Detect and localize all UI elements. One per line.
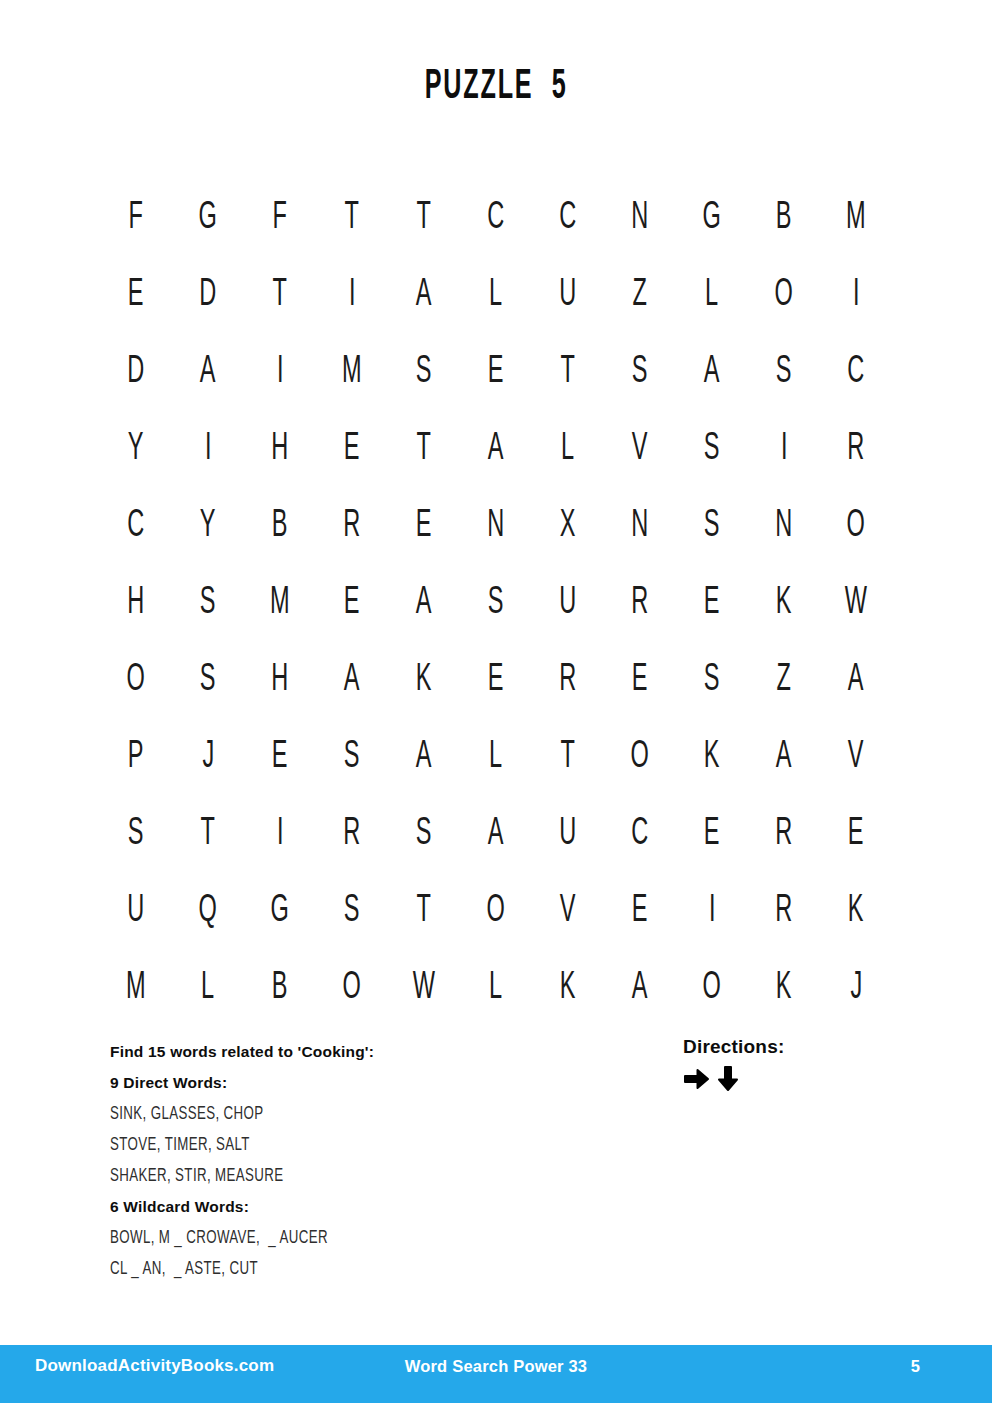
grid-letter: B — [272, 504, 288, 542]
grid-letter: K — [560, 966, 576, 1004]
grid-cell: O — [604, 715, 676, 792]
grid-letter: T — [417, 427, 431, 465]
grid-letter: S — [344, 735, 360, 773]
grid-letter: L — [489, 966, 502, 1004]
grid-letter: U — [559, 273, 576, 311]
grid-cell: E — [316, 561, 388, 638]
grid-cell: L — [460, 946, 532, 1023]
grid-cell: A — [388, 253, 460, 330]
grid-cell: S — [748, 330, 820, 407]
grid-cell: D — [172, 253, 244, 330]
grid-cell: O — [676, 946, 748, 1023]
grid-cell: J — [172, 715, 244, 792]
grid-cell: G — [172, 176, 244, 253]
grid-cell: U — [100, 869, 172, 946]
grid-cell: T — [388, 407, 460, 484]
grid-letter: T — [345, 196, 359, 234]
grid-letter: E — [632, 889, 648, 927]
grid-letter: I — [349, 273, 356, 311]
grid-cell: D — [100, 330, 172, 407]
grid-cell: G — [676, 176, 748, 253]
grid-letter: M — [342, 350, 362, 388]
directions-heading: Directions: — [683, 1036, 784, 1058]
grid-letter: K — [776, 581, 792, 619]
grid-cell: U — [532, 253, 604, 330]
grid-cell: I — [244, 792, 316, 869]
grid-cell: S — [604, 330, 676, 407]
grid-letter: A — [776, 735, 792, 773]
footer-inner: DownloadActivityBooks.com Word Search Po… — [0, 1345, 992, 1403]
grid-cell: S — [676, 638, 748, 715]
grid-cell: A — [388, 715, 460, 792]
grid-letter: M — [270, 581, 290, 619]
grid-letter: L — [489, 735, 502, 773]
grid-cell: K — [676, 715, 748, 792]
grid-letter: A — [416, 735, 432, 773]
grid-cell: A — [604, 946, 676, 1023]
grid-cell: A — [676, 330, 748, 407]
grid-letter: G — [199, 196, 217, 234]
grid-letter: S — [704, 658, 720, 696]
grid-cell: S — [460, 561, 532, 638]
grid-letter: V — [632, 427, 648, 465]
grid-letter: Z — [633, 273, 647, 311]
wildcard-words-line-text: CL _ AN, _ ASTE, CUT — [110, 1258, 258, 1279]
direct-words-line-text: SHAKER, STIR, MEASURE — [110, 1165, 284, 1186]
grid-cell: M — [316, 330, 388, 407]
word-search-grid: FGFTTCCNGBMEDTIALUZLOIDAIMSETSASCYIHETAL… — [100, 176, 892, 1023]
grid-letter: Y — [128, 427, 144, 465]
grid-cell: Y — [100, 407, 172, 484]
grid-cell: U — [532, 792, 604, 869]
grid-cell: Z — [604, 253, 676, 330]
grid-cell: S — [172, 561, 244, 638]
grid-letter: E — [704, 812, 720, 850]
grid-letter: O — [487, 889, 505, 927]
grid-cell: E — [604, 869, 676, 946]
grid-letter: E — [416, 504, 432, 542]
grid-letter: H — [127, 581, 144, 619]
grid-letter: E — [272, 735, 288, 773]
grid-cell: C — [820, 330, 892, 407]
footer-page-number: 5 — [911, 1357, 920, 1376]
down-arrow-icon — [714, 1065, 742, 1093]
grid-cell: I — [316, 253, 388, 330]
grid-letter: S — [416, 812, 432, 850]
grid-letter: K — [848, 889, 864, 927]
grid-cell: O — [316, 946, 388, 1023]
grid-letter: A — [848, 658, 864, 696]
grid-cell: L — [172, 946, 244, 1023]
grid-letter: O — [631, 735, 649, 773]
grid-letter: F — [273, 196, 287, 234]
grid-letter: D — [199, 273, 216, 311]
grid-cell: O — [100, 638, 172, 715]
grid-cell: W — [820, 561, 892, 638]
grid-letter: S — [632, 350, 648, 388]
grid-cell: A — [748, 715, 820, 792]
grid-letter: A — [632, 966, 648, 1004]
grid-cell: I — [820, 253, 892, 330]
grid-letter: Z — [777, 658, 791, 696]
grid-letter: R — [343, 504, 360, 542]
grid-letter: T — [201, 812, 215, 850]
direct-words-line: SINK, GLASSES, CHOP — [110, 1098, 397, 1129]
grid-letter: T — [273, 273, 287, 311]
grid-cell: Q — [172, 869, 244, 946]
grid-cell: B — [244, 484, 316, 561]
grid-letter: L — [705, 273, 718, 311]
grid-cell: Y — [172, 484, 244, 561]
grid-letter: R — [343, 812, 360, 850]
wildcard-words-line: CL _ AN, _ ASTE, CUT — [110, 1253, 397, 1284]
grid-cell: C — [460, 176, 532, 253]
grid-cell: K — [388, 638, 460, 715]
grid-letter: E — [632, 658, 648, 696]
grid-cell: M — [100, 946, 172, 1023]
grid-letter: G — [703, 196, 721, 234]
find-heading: Find 15 words related to 'Cooking': — [110, 1036, 397, 1067]
footer-book-title: Word Search Power 33 — [0, 1357, 992, 1376]
grid-cell: H — [244, 638, 316, 715]
clue-panel: Find 15 words related to 'Cooking': 9 Di… — [110, 1036, 397, 1284]
grid-letter: S — [704, 504, 720, 542]
grid-letter: C — [559, 196, 576, 234]
grid-letter: L — [201, 966, 214, 1004]
grid-cell: A — [460, 407, 532, 484]
grid-letter: J — [850, 966, 862, 1004]
grid-letter: I — [277, 350, 284, 388]
grid-letter: K — [704, 735, 720, 773]
grid-letter: F — [129, 196, 143, 234]
grid-letter: A — [200, 350, 216, 388]
grid-cell: T — [532, 715, 604, 792]
grid-letter: I — [277, 812, 284, 850]
grid-cell: V — [604, 407, 676, 484]
grid-letter: T — [561, 350, 575, 388]
grid-letter: W — [413, 966, 435, 1004]
grid-letter: S — [776, 350, 792, 388]
directions-arrows — [683, 1065, 784, 1093]
grid-cell: V — [532, 869, 604, 946]
grid-cell: B — [244, 946, 316, 1023]
grid-cell: I — [748, 407, 820, 484]
direct-words-line: STOVE, TIMER, SALT — [110, 1129, 397, 1160]
grid-cell: E — [316, 407, 388, 484]
grid-letter: I — [709, 889, 716, 927]
wildcard-words-line: BOWL, M _ CROWAVE, _ AUCER — [110, 1222, 397, 1253]
grid-cell: S — [676, 407, 748, 484]
grid-cell: N — [460, 484, 532, 561]
grid-letter: S — [200, 658, 216, 696]
grid-cell: T — [244, 253, 316, 330]
grid-cell: E — [460, 638, 532, 715]
grid-letter: N — [631, 196, 648, 234]
page-title: PUZZLE 5 — [0, 60, 992, 108]
grid-cell: H — [244, 407, 316, 484]
grid-cell: L — [532, 407, 604, 484]
grid-cell: A — [316, 638, 388, 715]
grid-cell: O — [820, 484, 892, 561]
grid-letter: R — [775, 889, 792, 927]
grid-letter: A — [416, 273, 432, 311]
grid-cell: R — [604, 561, 676, 638]
grid-letter: C — [631, 812, 648, 850]
grid-cell: E — [604, 638, 676, 715]
grid-cell: E — [388, 484, 460, 561]
grid-letter: Q — [199, 889, 217, 927]
grid-letter: S — [128, 812, 144, 850]
grid-letter: O — [847, 504, 865, 542]
grid-cell: H — [100, 561, 172, 638]
grid-cell: V — [820, 715, 892, 792]
grid-cell: J — [820, 946, 892, 1023]
grid-letter: A — [488, 812, 504, 850]
grid-letter: I — [853, 273, 860, 311]
grid-letter: E — [344, 581, 360, 619]
grid-cell: L — [676, 253, 748, 330]
page-title-text: PUZZLE 5 — [424, 60, 567, 108]
grid-cell: E — [100, 253, 172, 330]
grid-letter: R — [631, 581, 648, 619]
grid-letter: J — [202, 735, 214, 773]
grid-letter: U — [127, 889, 144, 927]
grid-cell: C — [100, 484, 172, 561]
grid-letter: S — [488, 581, 504, 619]
grid-cell: S — [316, 715, 388, 792]
grid-cell: K — [748, 946, 820, 1023]
grid-cell: R — [316, 792, 388, 869]
grid-cell: R — [748, 792, 820, 869]
grid-cell: U — [532, 561, 604, 638]
grid-letter: A — [416, 581, 432, 619]
grid-letter: A — [704, 350, 720, 388]
grid-cell: I — [244, 330, 316, 407]
grid-letter: Y — [200, 504, 216, 542]
grid-letter: S — [200, 581, 216, 619]
grid-letter: R — [559, 658, 576, 696]
direct-words-line: SHAKER, STIR, MEASURE — [110, 1160, 397, 1191]
grid-letter: H — [271, 427, 288, 465]
grid-letter: T — [417, 196, 431, 234]
direct-words-line-text: STOVE, TIMER, SALT — [110, 1134, 250, 1155]
grid-letter: N — [775, 504, 792, 542]
grid-letter: I — [205, 427, 212, 465]
grid-cell: X — [532, 484, 604, 561]
grid-cell: N — [604, 484, 676, 561]
grid-letter: T — [417, 889, 431, 927]
grid-cell: W — [388, 946, 460, 1023]
grid-cell: T — [532, 330, 604, 407]
grid-cell: T — [388, 869, 460, 946]
grid-cell: N — [604, 176, 676, 253]
grid-cell: T — [316, 176, 388, 253]
grid-cell: M — [244, 561, 316, 638]
grid-letter: U — [559, 812, 576, 850]
grid-letter: H — [271, 658, 288, 696]
grid-letter: C — [847, 350, 864, 388]
grid-letter: K — [416, 658, 432, 696]
grid-letter: V — [848, 735, 864, 773]
direct-words-heading: 9 Direct Words: — [110, 1067, 397, 1098]
grid-cell: S — [100, 792, 172, 869]
grid-letter: A — [488, 427, 504, 465]
grid-cell: S — [172, 638, 244, 715]
grid-cell: T — [172, 792, 244, 869]
grid-cell: R — [820, 407, 892, 484]
grid-letter: T — [561, 735, 575, 773]
grid-cell: E — [820, 792, 892, 869]
grid-cell: R — [748, 869, 820, 946]
grid-cell: K — [748, 561, 820, 638]
grid-letter: A — [344, 658, 360, 696]
grid-cell: I — [172, 407, 244, 484]
grid-letter: B — [776, 196, 792, 234]
grid-letter: I — [781, 427, 788, 465]
grid-cell: E — [676, 561, 748, 638]
grid-cell: S — [676, 484, 748, 561]
grid-cell: O — [460, 869, 532, 946]
grid-cell: F — [100, 176, 172, 253]
wildcard-words-heading: 6 Wildcard Words: — [110, 1191, 397, 1222]
grid-letter: S — [704, 427, 720, 465]
wildcard-words-line-text: BOWL, M _ CROWAVE, _ AUCER — [110, 1227, 328, 1248]
grid-letter: C — [487, 196, 504, 234]
grid-cell: K — [532, 946, 604, 1023]
grid-cell: B — [748, 176, 820, 253]
grid-letter: P — [128, 735, 144, 773]
grid-letter: R — [775, 812, 792, 850]
grid-letter: M — [126, 966, 146, 1004]
grid-cell: F — [244, 176, 316, 253]
grid-letter: S — [344, 889, 360, 927]
direct-words-line-text: SINK, GLASSES, CHOP — [110, 1103, 264, 1124]
grid-letter: L — [561, 427, 574, 465]
grid-letter: E — [848, 812, 864, 850]
grid-cell: K — [820, 869, 892, 946]
grid-letter: E — [704, 581, 720, 619]
footer: DownloadActivityBooks.com Word Search Po… — [0, 1345, 992, 1403]
grid-letter: M — [846, 196, 866, 234]
grid-letter: S — [416, 350, 432, 388]
grid-letter: R — [847, 427, 864, 465]
grid-cell: S — [388, 792, 460, 869]
grid-letter: E — [488, 658, 504, 696]
grid-cell: L — [460, 253, 532, 330]
grid-cell: R — [316, 484, 388, 561]
grid-letter: B — [272, 966, 288, 1004]
grid-cell: S — [388, 330, 460, 407]
grid-letter: N — [631, 504, 648, 542]
grid-letter: N — [487, 504, 504, 542]
grid-cell: O — [748, 253, 820, 330]
grid-letter: O — [775, 273, 793, 311]
grid-letter: U — [559, 581, 576, 619]
grid-letter: E — [344, 427, 360, 465]
grid-cell: A — [460, 792, 532, 869]
grid-cell: A — [820, 638, 892, 715]
grid-cell: L — [460, 715, 532, 792]
grid-cell: N — [748, 484, 820, 561]
grid-cell: C — [604, 792, 676, 869]
puzzle-page: PUZZLE 5 FGFTTCCNGBMEDTIALUZLOIDAIMSETSA… — [0, 0, 992, 1403]
grid-letter: W — [845, 581, 867, 619]
grid-letter: O — [703, 966, 721, 1004]
grid-cell: A — [388, 561, 460, 638]
grid-letter: X — [560, 504, 576, 542]
grid-cell: Z — [748, 638, 820, 715]
grid-cell: R — [532, 638, 604, 715]
grid-letter: E — [128, 273, 144, 311]
grid-cell: T — [388, 176, 460, 253]
grid-cell: G — [244, 869, 316, 946]
grid-letter: K — [776, 966, 792, 1004]
grid-letter: D — [127, 350, 144, 388]
grid-cell: A — [172, 330, 244, 407]
grid-letter: G — [271, 889, 289, 927]
grid-cell: E — [676, 792, 748, 869]
grid-letter: L — [489, 273, 502, 311]
grid-cell: C — [532, 176, 604, 253]
grid-cell: E — [244, 715, 316, 792]
grid-cell: E — [460, 330, 532, 407]
grid-cell: M — [820, 176, 892, 253]
grid-letter: O — [343, 966, 361, 1004]
grid-letter: C — [127, 504, 144, 542]
grid-letter: E — [488, 350, 504, 388]
grid-letter: O — [127, 658, 145, 696]
grid-cell: S — [316, 869, 388, 946]
directions-panel: Directions: — [683, 1036, 784, 1093]
right-arrow-icon — [683, 1065, 711, 1093]
grid-cell: P — [100, 715, 172, 792]
grid-letter: V — [560, 889, 576, 927]
grid-cell: I — [676, 869, 748, 946]
